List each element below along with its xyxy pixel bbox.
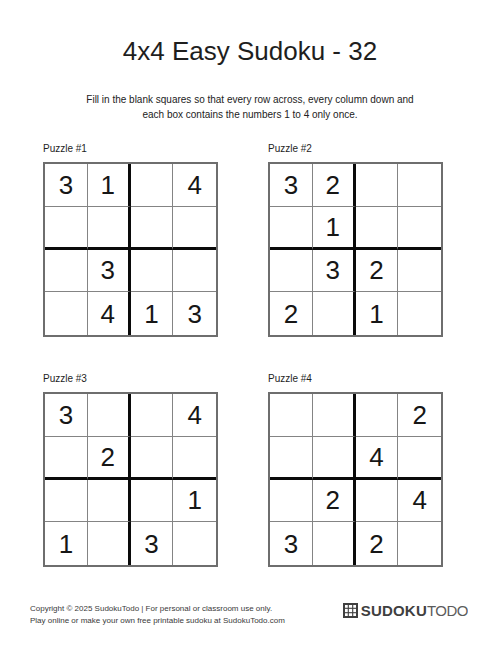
instructions-line-1: Fill in the blank squares so that every … — [0, 93, 500, 108]
instructions: Fill in the blank squares so that every … — [0, 93, 500, 122]
cell-r2c1 — [270, 207, 313, 250]
cell-r1c3 — [356, 394, 399, 437]
cell-r1c3 — [131, 164, 174, 207]
cell-r4c1: 2 — [270, 292, 313, 335]
cell-r4c3: 2 — [356, 522, 399, 565]
sudoku-grid-icon — [343, 603, 358, 618]
cell-r3c3: 2 — [356, 250, 399, 293]
cell-r3c2: 3 — [313, 250, 356, 293]
cell-r2c3: 4 — [356, 437, 399, 480]
cell-r1c2: 1 — [88, 164, 131, 207]
cell-r2c3 — [131, 207, 174, 250]
cell-r2c2 — [313, 437, 356, 480]
cell-r1c4 — [398, 164, 441, 207]
footer-copyright: Copyright © 2025 SudokuTodo | For person… — [30, 603, 285, 628]
cell-r4c2 — [313, 522, 356, 565]
cell-r1c1: 3 — [45, 394, 88, 437]
cell-r3c2: 3 — [88, 250, 131, 293]
cell-r3c2 — [88, 480, 131, 523]
logo-text-bold: SUDOKU — [361, 602, 427, 619]
cell-r1c4: 4 — [173, 394, 216, 437]
sudokutodo-logo: SUDOKUTODO — [343, 602, 468, 619]
cell-r4c4: 3 — [173, 292, 216, 335]
puzzle-label: Puzzle #3 — [43, 373, 223, 385]
footer-line-2: Play online or make your own free printa… — [30, 615, 285, 627]
cell-r4c4 — [173, 522, 216, 565]
cell-r4c1: 3 — [270, 522, 313, 565]
cell-r3c4: 1 — [173, 480, 216, 523]
cell-r4c4 — [398, 522, 441, 565]
sudoku-board: 3143413 — [43, 162, 218, 337]
puzzle-label: Puzzle #1 — [43, 143, 223, 155]
logo-text-light: TODO — [427, 602, 468, 619]
cell-r3c3 — [131, 480, 174, 523]
puzzle-3: Puzzle #3342113 — [43, 373, 223, 567]
cell-r4c2 — [88, 522, 131, 565]
cell-r3c1 — [45, 250, 88, 293]
cell-r2c2 — [88, 207, 131, 250]
cell-r3c3 — [131, 250, 174, 293]
cell-r4c3: 1 — [131, 292, 174, 335]
cell-r1c1: 3 — [270, 164, 313, 207]
sudoku-board: 3213221 — [268, 162, 443, 337]
cell-r4c1 — [45, 292, 88, 335]
cell-r1c3 — [131, 394, 174, 437]
cell-r2c4 — [173, 207, 216, 250]
cell-r3c3 — [356, 480, 399, 523]
cell-r3c1 — [270, 250, 313, 293]
cell-r1c4: 4 — [173, 164, 216, 207]
cell-r1c2: 2 — [313, 164, 356, 207]
puzzle-label: Puzzle #4 — [268, 373, 448, 385]
cell-r3c4: 4 — [398, 480, 441, 523]
cell-r4c3: 3 — [131, 522, 174, 565]
cell-r4c2 — [313, 292, 356, 335]
cell-r3c1 — [45, 480, 88, 523]
cell-r1c2 — [313, 394, 356, 437]
sudoku-board: 342113 — [43, 392, 218, 567]
cell-r2c1 — [45, 207, 88, 250]
cell-r4c4 — [398, 292, 441, 335]
cell-r2c3 — [356, 207, 399, 250]
footer-line-1: Copyright © 2025 SudokuTodo | For person… — [30, 603, 285, 615]
cell-r1c1: 3 — [45, 164, 88, 207]
instructions-line-2: each box contains the numbers 1 to 4 onl… — [0, 108, 500, 123]
cell-r2c4 — [398, 437, 441, 480]
puzzle-4: Puzzle #4242432 — [268, 373, 448, 567]
cell-r2c4 — [173, 437, 216, 480]
cell-r2c4 — [398, 207, 441, 250]
cell-r2c2: 2 — [88, 437, 131, 480]
cell-r3c4 — [398, 250, 441, 293]
cell-r4c1: 1 — [45, 522, 88, 565]
cell-r4c3: 1 — [356, 292, 399, 335]
cell-r1c3 — [356, 164, 399, 207]
cell-r2c3 — [131, 437, 174, 480]
puzzle-2: Puzzle #23213221 — [268, 143, 448, 337]
cell-r3c1 — [270, 480, 313, 523]
cell-r1c1 — [270, 394, 313, 437]
cell-r3c4 — [173, 250, 216, 293]
cell-r1c2 — [88, 394, 131, 437]
cell-r4c2: 4 — [88, 292, 131, 335]
puzzle-1: Puzzle #13143413 — [43, 143, 223, 337]
cell-r2c1 — [45, 437, 88, 480]
cell-r3c2: 2 — [313, 480, 356, 523]
sudoku-board: 242432 — [268, 392, 443, 567]
cell-r1c4: 2 — [398, 394, 441, 437]
logo-text: SUDOKUTODO — [361, 603, 468, 618]
cell-r2c2: 1 — [313, 207, 356, 250]
page-title: 4x4 Easy Sudoku - 32 — [0, 36, 500, 67]
puzzle-label: Puzzle #2 — [268, 143, 448, 155]
cell-r2c1 — [270, 437, 313, 480]
